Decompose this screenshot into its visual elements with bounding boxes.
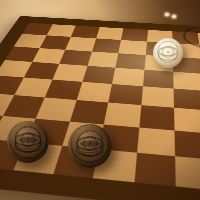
square-r5c6[interactable] [174,108,200,133]
hinge-pin-icon [165,13,169,16]
dark-checker-glyph: ⛂ [13,123,43,159]
square-r5c5[interactable] [139,105,175,130]
square-r6c5[interactable] [137,127,176,156]
hinge-pin-icon [172,15,176,18]
square-r4c4[interactable] [108,84,142,105]
square-r5c3[interactable] [69,100,108,124]
square-r7c5[interactable] [134,152,176,186]
photo-scene: ⛀⛂⛂ [0,0,200,200]
square-r7c6[interactable] [175,156,200,191]
square-r4c3[interactable] [76,82,112,103]
dark-checker[interactable]: ⛂ [7,121,49,163]
square-r4c5[interactable] [141,86,174,108]
dark-checker[interactable]: ⛂ [68,124,112,168]
square-r6c6[interactable] [174,130,200,159]
white-checker-glyph: ⛀ [157,39,179,65]
dark-checker-glyph: ⛂ [74,126,105,163]
white-checker[interactable]: ⛀ [153,38,183,68]
